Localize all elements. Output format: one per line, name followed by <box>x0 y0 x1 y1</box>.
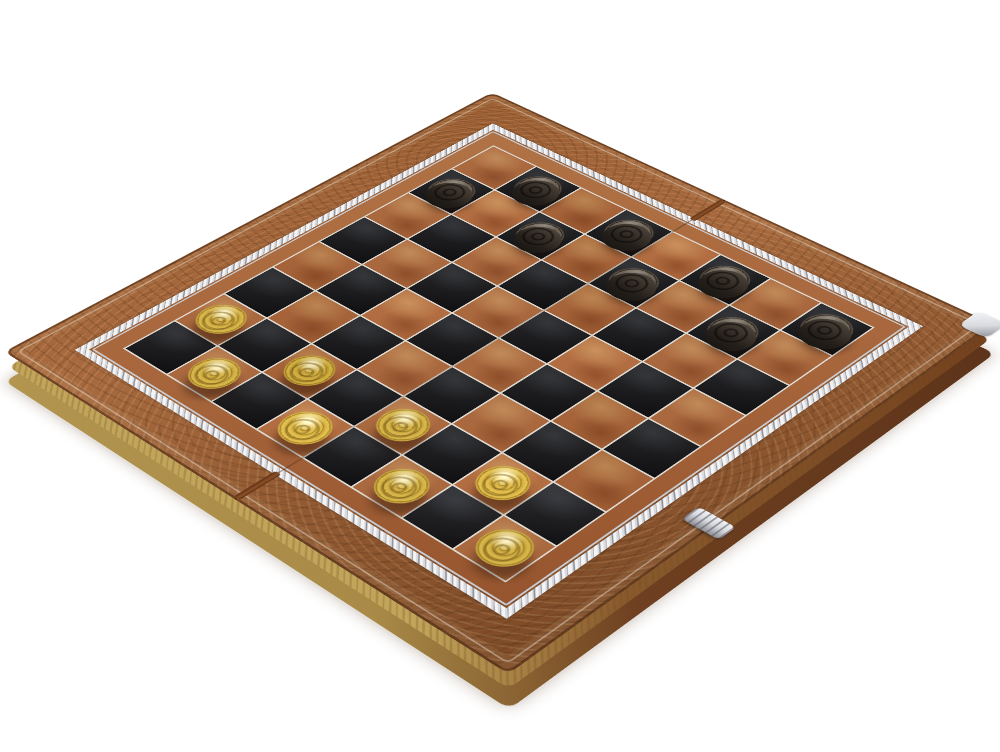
board-tilt-wrapper: ◎◎◎◎◎◎◎◎◎◎◎◎◎◎◎◎ <box>0 0 1000 752</box>
square-r6c4[interactable] <box>358 341 450 395</box>
piece-rings-glyph: ◎ <box>606 266 662 298</box>
piece-rings-glyph: ◎ <box>697 264 753 296</box>
piece-rings-glyph: ◎ <box>511 175 564 203</box>
square-r6c6[interactable] <box>454 394 549 451</box>
square-r5c6[interactable] <box>502 365 596 420</box>
piece-rings-glyph: ◎ <box>513 221 568 251</box>
piece-rings-glyph: ◎ <box>601 218 656 248</box>
piece-rings-glyph: ◎ <box>192 303 250 336</box>
checkers-board: ◎◎◎◎◎◎◎◎◎◎◎◎◎◎◎◎ <box>4 93 994 675</box>
photo-backdrop: ◎◎◎◎◎◎◎◎◎◎◎◎◎◎◎◎ <box>0 0 1000 752</box>
square-r4c6[interactable] <box>549 336 641 390</box>
piece-rings-glyph: ◎ <box>425 177 479 205</box>
